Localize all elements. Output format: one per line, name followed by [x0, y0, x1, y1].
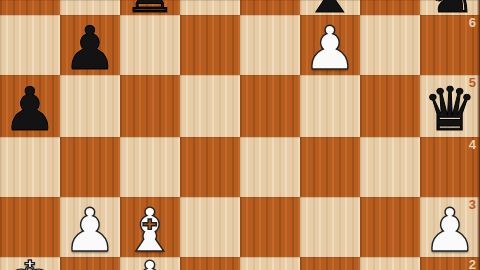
square-a2[interactable]: ♚ [0, 257, 60, 270]
square-b3[interactable]: ♟ [60, 197, 120, 257]
black-rook-c7[interactable]: ♜ [120, 0, 180, 15]
square-f3[interactable] [300, 197, 360, 257]
square-e6[interactable] [240, 15, 300, 75]
square-a5[interactable]: ♟ [0, 75, 60, 137]
square-b4[interactable] [60, 137, 120, 197]
rank-label-6: 6 [469, 16, 476, 29]
white-king-a2[interactable]: ♚ [0, 257, 60, 270]
white-bishop-c2[interactable]: ♝ [120, 257, 180, 270]
square-g6[interactable] [360, 15, 420, 75]
square-e4[interactable] [240, 137, 300, 197]
white-pawn-f6[interactable]: ♟ [300, 18, 360, 75]
rank-label-5: 5 [469, 76, 476, 89]
black-pawn-b6[interactable]: ♟ [60, 18, 120, 75]
square-e3[interactable] [240, 197, 300, 257]
square-g3[interactable] [360, 197, 420, 257]
square-g5[interactable] [360, 75, 420, 137]
square-f5[interactable] [300, 75, 360, 137]
square-g4[interactable] [360, 137, 420, 197]
white-bishop-c3[interactable]: ♝ [120, 200, 180, 257]
square-a3[interactable] [0, 197, 60, 257]
square-c5[interactable] [120, 75, 180, 137]
square-h2[interactable]: 2 [420, 257, 480, 270]
square-a6[interactable] [0, 15, 60, 75]
square-b2[interactable] [60, 257, 120, 270]
white-pawn-b3[interactable]: ♟ [60, 200, 120, 257]
square-c4[interactable] [120, 137, 180, 197]
square-d6[interactable] [180, 15, 240, 75]
square-c3[interactable]: ♝ [120, 197, 180, 257]
square-f7[interactable]: ♝ [300, 0, 360, 15]
square-d3[interactable] [180, 197, 240, 257]
square-c2[interactable]: ♝ [120, 257, 180, 270]
square-a7[interactable] [0, 0, 60, 15]
rank-label-4: 4 [469, 138, 476, 151]
square-f6[interactable]: ♟ [300, 15, 360, 75]
square-a4[interactable] [0, 137, 60, 197]
square-f2[interactable] [300, 257, 360, 270]
chess-board: ♜♝♞♟♟6♟♛54♟♝♟3♚♝2 [0, 0, 480, 270]
square-e7[interactable] [240, 0, 300, 15]
square-h7[interactable]: ♞ [420, 0, 480, 15]
square-f4[interactable] [300, 137, 360, 197]
black-bishop-f7[interactable]: ♝ [300, 0, 360, 15]
square-b7[interactable] [60, 0, 120, 15]
square-e2[interactable] [240, 257, 300, 270]
square-c7[interactable]: ♜ [120, 0, 180, 15]
square-b6[interactable]: ♟ [60, 15, 120, 75]
square-d5[interactable] [180, 75, 240, 137]
square-d2[interactable] [180, 257, 240, 270]
square-g7[interactable] [360, 0, 420, 15]
black-pawn-a5[interactable]: ♟ [0, 78, 60, 137]
rank-label-2: 2 [469, 258, 476, 270]
black-knight-h7[interactable]: ♞ [420, 0, 480, 15]
rank-label-3: 3 [469, 198, 476, 211]
square-d4[interactable] [180, 137, 240, 197]
square-h3[interactable]: ♟3 [420, 197, 480, 257]
square-e5[interactable] [240, 75, 300, 137]
square-b5[interactable] [60, 75, 120, 137]
square-h4[interactable]: 4 [420, 137, 480, 197]
square-h5[interactable]: ♛5 [420, 75, 480, 137]
square-c6[interactable] [120, 15, 180, 75]
square-g2[interactable] [360, 257, 420, 270]
square-d7[interactable] [180, 0, 240, 15]
square-h6[interactable]: 6 [420, 15, 480, 75]
